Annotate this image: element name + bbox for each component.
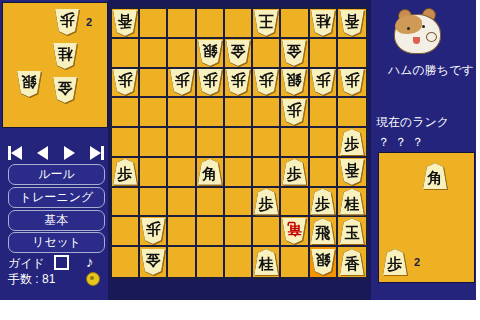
board-cell-r2c5[interactable]: 金 (225, 39, 253, 69)
captured-tray-player: 角歩2 (378, 152, 475, 283)
piece-kanji: 飛 (315, 225, 330, 240)
board-cell-r3c8[interactable]: 歩 (310, 69, 338, 99)
rank-value: ？？？ (378, 134, 429, 151)
replay-controls (8, 145, 104, 161)
shogi-piece-player: 歩 (113, 159, 137, 185)
board-cell-r8c9[interactable]: 玉 (338, 217, 366, 247)
piece-kanji: 銀 (202, 44, 217, 59)
board-cell-r8c5[interactable] (225, 217, 253, 247)
hamster-avatar (393, 8, 443, 56)
move-count-value: 81 (42, 272, 55, 286)
board-cell-r7c3[interactable] (168, 188, 196, 218)
music-note-icon[interactable]: ♪ (86, 253, 94, 270)
piece-kanji: 金 (287, 44, 302, 59)
board-cell-r4c6[interactable] (253, 98, 281, 128)
shogi-piece-player: 角 (423, 163, 447, 189)
board-cell-r1c9[interactable]: 香 (338, 9, 366, 39)
arrow-right-icon (90, 146, 101, 160)
piece-kanji: 歩 (259, 73, 274, 88)
piece-kanji: 銀 (315, 253, 330, 268)
hand-piece-count: 2 (414, 256, 420, 268)
shogi-piece-player: 歩 (340, 129, 364, 155)
board-cell-r9c9[interactable]: 香 (338, 247, 366, 277)
board-cell-r1c1[interactable]: 香 (112, 9, 140, 39)
hand-piece[interactable]: 歩2 (383, 249, 408, 276)
board-cell-r9c6[interactable]: 桂 (253, 247, 281, 277)
piece-kanji: 竜 (287, 222, 302, 237)
nav-first-button[interactable] (8, 146, 22, 160)
board-cell-r8c6[interactable] (253, 217, 281, 247)
piece-kanji: 歩 (287, 103, 302, 118)
shogi-piece-hamster: 金 (282, 40, 306, 66)
board-cell-r5c3[interactable] (168, 128, 196, 158)
shogi-piece-hamster: 銀 (311, 249, 335, 275)
shogi-piece-player: 角 (198, 159, 222, 185)
board-cell-r8c4[interactable] (197, 217, 225, 247)
rank-label: 現在のランク (376, 114, 449, 131)
hamster-eye-icon (422, 25, 425, 28)
shogi-piece-hamster: 歩 (141, 218, 165, 244)
board-cell-r9c8[interactable]: 銀 (310, 247, 338, 277)
result-message: ハムの勝ちです (388, 62, 474, 79)
shogi-piece-hamster: 歩 (170, 69, 194, 95)
rule-button[interactable]: ルール (8, 164, 105, 185)
hamster-eye-icon (407, 27, 410, 30)
piece-kanji: 歩 (118, 166, 133, 181)
shogi-piece-hamster: 銀 (198, 40, 222, 66)
hamster-shogi-app: 歩2桂金銀 ルール トレーニング 基本 リセット ガイド ♪ 手数 : 81 香… (0, 0, 480, 320)
board-cell-r4c1[interactable] (112, 98, 140, 128)
board-cell-r6c8[interactable] (310, 158, 338, 188)
board-cell-r1c5[interactable] (225, 9, 253, 39)
board-cell-r3c9[interactable]: 歩 (338, 69, 366, 99)
shogi-piece-player: 歩 (282, 159, 306, 185)
piece-kanji: 角 (428, 170, 443, 185)
piece-kanji: 玉 (344, 225, 359, 240)
piece-kanji: 王 (259, 14, 274, 29)
arrow-left-icon (11, 146, 22, 160)
shogi-piece-hamster: 香 (340, 159, 364, 185)
piece-kanji: 歩 (146, 222, 161, 237)
piece-kanji: 歩 (259, 196, 274, 211)
piece-kanji: 歩 (315, 196, 330, 211)
shogi-piece-player: 飛 (311, 218, 335, 244)
board-cell-r4c7[interactable]: 歩 (281, 98, 309, 128)
board-cell-r1c3[interactable] (168, 9, 196, 39)
piece-kanji: 銀 (287, 73, 302, 88)
board-cell-r7c7[interactable] (281, 188, 309, 218)
board-cell-r2c4[interactable]: 銀 (197, 39, 225, 69)
board-cell-r1c4[interactable] (197, 9, 225, 39)
shogi-piece-hamster: 歩 (55, 9, 79, 35)
hand-piece[interactable]: 角 (423, 163, 448, 190)
piece-kanji: 桂 (58, 47, 73, 62)
board-cell-r7c4[interactable] (197, 188, 225, 218)
shogi-piece-hamster: 歩 (226, 69, 250, 95)
board-cell-r4c5[interactable] (225, 98, 253, 128)
piece-kanji: 香 (344, 14, 359, 29)
piece-kanji: 歩 (315, 73, 330, 88)
board-cell-r5c7[interactable] (281, 128, 309, 158)
board-cell-r1c7[interactable] (281, 9, 309, 39)
hand-piece[interactable]: 歩2 (55, 9, 80, 36)
piece-kanji: 歩 (230, 73, 245, 88)
shogi-piece-hamster: 歩 (340, 69, 364, 95)
training-button[interactable]: トレーニング (8, 187, 105, 208)
page-background-strip (0, 300, 480, 320)
board-cell-r6c1[interactable]: 歩 (112, 158, 140, 188)
board-cell-r8c3[interactable] (168, 217, 196, 247)
shogi-piece-hamster: 歩 (198, 69, 222, 95)
board-cell-r9c3[interactable] (168, 247, 196, 277)
board-cell-r9c7[interactable] (281, 247, 309, 277)
shogi-piece-player: 歩 (311, 189, 335, 215)
board-cell-r4c4[interactable] (197, 98, 225, 128)
board-cell-r3c4[interactable]: 歩 (197, 69, 225, 99)
nav-last-button[interactable] (90, 146, 104, 160)
board-cell-r2c9[interactable] (338, 39, 366, 69)
hamster-fur-patch-icon (395, 15, 422, 34)
board-cell-r5c6[interactable] (253, 128, 281, 158)
piece-kanji: 歩 (287, 166, 302, 181)
board-cell-r5c5[interactable] (225, 128, 253, 158)
board-cell-r3c2[interactable] (140, 69, 168, 99)
board-cell-r7c8[interactable]: 歩 (310, 188, 338, 218)
arrow-left-icon (37, 146, 48, 160)
board-cell-r7c6[interactable]: 歩 (253, 188, 281, 218)
board-cell-r3c3[interactable]: 歩 (168, 69, 196, 99)
board-cell-r5c1[interactable] (112, 128, 140, 158)
hand-piece[interactable]: 金 (53, 77, 78, 104)
board-cell-r5c8[interactable] (310, 128, 338, 158)
piece-kanji: 桂 (315, 14, 330, 29)
board-cell-r6c2[interactable] (140, 158, 168, 188)
board-cell-r5c2[interactable] (140, 128, 168, 158)
piece-kanji: 金 (58, 81, 73, 96)
board-cell-r8c8[interactable]: 飛 (310, 217, 338, 247)
board-cell-r6c3[interactable] (168, 158, 196, 188)
board-cell-r7c2[interactable] (140, 188, 168, 218)
shogi-piece-player: 歩 (254, 189, 278, 215)
shogi-piece-hamster: 歩 (254, 69, 278, 95)
board-cell-r6c5[interactable] (225, 158, 253, 188)
guide-row: ガイド ♪ (8, 255, 104, 270)
piece-kanji: 歩 (388, 256, 403, 271)
board-cell-r8c2[interactable]: 歩 (140, 217, 168, 247)
board-cell-r5c9[interactable]: 歩 (338, 128, 366, 158)
piece-kanji: 桂 (259, 256, 274, 271)
shogi-piece-hamster: 金 (141, 249, 165, 275)
piece-kanji: 金 (146, 253, 161, 268)
guide-label: ガイド (8, 256, 45, 270)
shogi-piece-hamster: 竜 (282, 218, 306, 244)
move-count-label: 手数 : (8, 272, 39, 286)
shogi-piece-player: 歩 (383, 249, 407, 275)
board-cell-r3c5[interactable]: 歩 (225, 69, 253, 99)
shogi-piece-hamster: 歩 (311, 69, 335, 95)
piece-kanji: 香 (344, 163, 359, 178)
board-frame: 香王桂香銀金金歩歩歩歩歩銀歩歩歩歩歩角歩香歩歩桂歩竜飛玉金桂銀香 (108, 0, 371, 300)
piece-kanji: 金 (230, 44, 245, 59)
hamster-tongue-icon (413, 37, 420, 44)
piece-kanji: 歩 (60, 13, 75, 28)
hamster-paw-icon (426, 32, 437, 42)
shogi-piece-hamster: 銀 (17, 71, 41, 97)
board-cell-r5c4[interactable] (197, 128, 225, 158)
board-cell-r3c6[interactable]: 歩 (253, 69, 281, 99)
shogi-piece-player: 桂 (340, 189, 364, 215)
nav-next-button[interactable] (64, 146, 75, 160)
hamster-ball-icon[interactable] (86, 272, 100, 286)
reset-button[interactable]: リセット (8, 232, 105, 253)
shogi-piece-hamster: 桂 (311, 10, 335, 36)
board-cell-r2c7[interactable]: 金 (281, 39, 309, 69)
board-cell-r4c3[interactable] (168, 98, 196, 128)
board-cell-r2c3[interactable] (168, 39, 196, 69)
board-cell-r8c7[interactable]: 竜 (281, 217, 309, 247)
shogi-piece-hamster: 桂 (53, 43, 77, 69)
shogi-piece-hamster: 金 (53, 77, 77, 103)
board-cell-r3c7[interactable]: 銀 (281, 69, 309, 99)
piece-kanji: 歩 (174, 73, 189, 88)
board-cell-r9c2[interactable]: 金 (140, 247, 168, 277)
board-cell-r7c1[interactable] (112, 188, 140, 218)
board-cell-r4c8[interactable] (310, 98, 338, 128)
shogi-piece-player: 香 (340, 249, 364, 275)
piece-kanji: 歩 (118, 73, 133, 88)
move-count-row: 手数 : 81 (8, 271, 104, 288)
board-cell-r1c2[interactable] (140, 9, 168, 39)
board-cell-r6c6[interactable] (253, 158, 281, 188)
shogi-piece-hamster: 香 (340, 10, 364, 36)
board-cell-r2c6[interactable] (253, 39, 281, 69)
piece-kanji: 香 (344, 256, 359, 271)
shogi-piece-hamster: 金 (226, 40, 250, 66)
board-cell-r4c9[interactable] (338, 98, 366, 128)
board-cell-r1c6[interactable]: 王 (253, 9, 281, 39)
skip-end-icon (101, 146, 104, 160)
piece-kanji: 香 (118, 14, 133, 29)
piece-kanji: 銀 (22, 75, 37, 90)
board-cell-r6c7[interactable]: 歩 (281, 158, 309, 188)
board-cell-r4c2[interactable] (140, 98, 168, 128)
shogi-board: 香王桂香銀金金歩歩歩歩歩銀歩歩歩歩歩角歩香歩歩桂歩竜飛玉金桂銀香 (110, 7, 368, 279)
board-cell-r9c5[interactable] (225, 247, 253, 277)
guide-checkbox[interactable] (54, 255, 69, 270)
board-cell-r8c1[interactable] (112, 217, 140, 247)
board-cell-r2c2[interactable] (140, 39, 168, 69)
shogi-piece-hamster: 歩 (113, 69, 137, 95)
nav-prev-button[interactable] (37, 146, 48, 160)
piece-kanji: 歩 (344, 73, 359, 88)
board-cell-r9c1[interactable] (112, 247, 140, 277)
piece-kanji: 歩 (202, 73, 217, 88)
board-cell-r1c8[interactable]: 桂 (310, 9, 338, 39)
piece-kanji: 歩 (344, 136, 359, 151)
board-cell-r7c5[interactable] (225, 188, 253, 218)
captured-tray-hamster: 歩2桂金銀 (2, 2, 108, 128)
shogi-piece-player: 桂 (254, 249, 278, 275)
shogi-piece-hamster: 香 (113, 10, 137, 36)
basic-button[interactable]: 基本 (8, 210, 105, 231)
piece-kanji: 角 (202, 166, 217, 181)
shogi-piece-hamster: 銀 (282, 69, 306, 95)
board-cell-r7c9[interactable]: 桂 (338, 188, 366, 218)
shogi-piece-hamster: 王 (254, 10, 278, 36)
board-cell-r3c1[interactable]: 歩 (112, 69, 140, 99)
board-cell-r6c9[interactable]: 香 (338, 158, 366, 188)
shogi-piece-player: 玉 (340, 218, 364, 244)
board-cell-r2c1[interactable] (112, 39, 140, 69)
board-cell-r2c8[interactable] (310, 39, 338, 69)
shogi-piece-hamster: 歩 (282, 99, 306, 125)
hand-piece[interactable]: 銀 (17, 71, 42, 98)
board-cell-r9c4[interactable] (197, 247, 225, 277)
hand-piece-count: 2 (86, 16, 92, 28)
hand-piece[interactable]: 桂 (53, 43, 78, 70)
board-cell-r6c4[interactable]: 角 (197, 158, 225, 188)
piece-kanji: 桂 (344, 196, 359, 211)
arrow-right-icon (64, 146, 75, 160)
game-area: 歩2桂金銀 ルール トレーニング 基本 リセット ガイド ♪ 手数 : 81 香… (0, 0, 476, 300)
